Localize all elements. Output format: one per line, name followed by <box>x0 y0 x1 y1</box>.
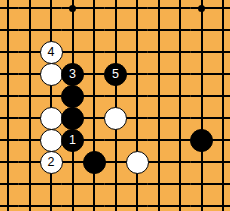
white-stone: 2 <box>40 151 63 174</box>
black-stone: 5 <box>104 63 127 86</box>
board-intersection <box>19 0 41 19</box>
board-intersection <box>62 151 84 173</box>
board-intersection <box>169 63 191 85</box>
board-intersection <box>62 107 84 129</box>
white-stone <box>126 151 149 174</box>
board-intersection <box>105 129 127 151</box>
board-intersection <box>19 173 41 195</box>
board-intersection <box>105 151 127 173</box>
move-number-label: 5 <box>112 68 119 81</box>
white-stone <box>104 107 127 130</box>
board-intersection <box>105 41 127 63</box>
board-intersection <box>126 41 148 63</box>
black-stone: 3 <box>61 63 84 86</box>
black-stone <box>190 129 213 152</box>
board-intersection <box>0 19 19 41</box>
board-intersection <box>212 107 230 129</box>
board-intersection <box>40 195 62 211</box>
board-intersection <box>191 151 213 173</box>
board-intersection <box>105 107 127 129</box>
board-intersection <box>169 151 191 173</box>
move-number-label: 3 <box>69 68 76 81</box>
board-intersection <box>83 151 105 173</box>
board-intersection <box>191 85 213 107</box>
board-intersection <box>148 0 170 19</box>
board-intersection <box>0 0 19 19</box>
board-intersection <box>0 195 19 211</box>
board-intersection <box>126 173 148 195</box>
board-intersection <box>212 173 230 195</box>
board-intersection <box>126 85 148 107</box>
board-intersection <box>83 63 105 85</box>
board-intersection <box>212 19 230 41</box>
white-stone <box>40 107 63 130</box>
board-intersection <box>191 63 213 85</box>
board-intersection <box>148 173 170 195</box>
board-intersection <box>62 195 84 211</box>
board-intersection <box>62 19 84 41</box>
board-intersection <box>169 85 191 107</box>
board-intersection <box>105 195 127 211</box>
board-intersection <box>212 195 230 211</box>
move-number-label: 2 <box>48 156 55 169</box>
board-intersection <box>191 107 213 129</box>
board-intersection <box>105 19 127 41</box>
board-intersection <box>0 129 19 151</box>
board-intersection <box>212 85 230 107</box>
board-intersection <box>191 129 213 151</box>
board-intersection <box>83 41 105 63</box>
board-intersection <box>19 129 41 151</box>
board-intersection <box>191 0 213 19</box>
board-intersection <box>148 107 170 129</box>
board-intersection <box>83 107 105 129</box>
board-intersection <box>40 63 62 85</box>
board-intersection <box>19 41 41 63</box>
board-intersection <box>148 151 170 173</box>
board-intersection <box>83 19 105 41</box>
board-intersection <box>191 41 213 63</box>
board-intersection <box>148 41 170 63</box>
white-stone <box>40 129 63 152</box>
board-intersection: 5 <box>105 63 127 85</box>
black-stone <box>61 107 84 130</box>
board-intersection <box>83 0 105 19</box>
board-intersection <box>212 151 230 173</box>
board-intersection: 1 <box>62 129 84 151</box>
board-intersection <box>105 0 127 19</box>
board-intersection <box>148 195 170 211</box>
go-board-diagram: 43512 <box>0 0 230 211</box>
board-intersection <box>212 0 230 19</box>
board-intersection <box>40 107 62 129</box>
board-intersection <box>126 195 148 211</box>
board-intersection <box>191 19 213 41</box>
board-intersection <box>19 85 41 107</box>
board-intersection <box>40 85 62 107</box>
board-intersection <box>169 195 191 211</box>
board-intersection <box>148 63 170 85</box>
board-intersection <box>19 195 41 211</box>
board-intersection <box>83 173 105 195</box>
board-intersection <box>212 63 230 85</box>
board-intersection: 2 <box>40 151 62 173</box>
board-intersection <box>40 129 62 151</box>
board-intersection <box>105 85 127 107</box>
black-stone <box>61 85 84 108</box>
move-number-label: 4 <box>48 46 55 59</box>
board-intersection <box>62 85 84 107</box>
board-intersection <box>169 41 191 63</box>
board-intersection <box>0 63 19 85</box>
board-intersection <box>126 0 148 19</box>
board-intersection <box>40 19 62 41</box>
board-intersection <box>126 107 148 129</box>
board-intersection: 4 <box>40 41 62 63</box>
board-intersection <box>0 151 19 173</box>
board-intersection <box>40 173 62 195</box>
board-intersection <box>169 0 191 19</box>
board-intersection <box>191 173 213 195</box>
board-intersection <box>148 85 170 107</box>
board-intersection <box>83 85 105 107</box>
board-intersection <box>126 151 148 173</box>
board-intersection <box>62 173 84 195</box>
black-stone <box>83 151 106 174</box>
board-intersection <box>126 129 148 151</box>
board-intersection <box>19 63 41 85</box>
board-intersection <box>126 63 148 85</box>
board-intersection <box>83 195 105 211</box>
board-intersection <box>169 19 191 41</box>
board-intersection <box>191 195 213 211</box>
board-intersection <box>0 85 19 107</box>
board-intersection <box>126 19 148 41</box>
board-intersection <box>212 129 230 151</box>
board-intersection <box>83 129 105 151</box>
board-intersection <box>0 41 19 63</box>
board-intersection <box>0 173 19 195</box>
board-intersection <box>19 19 41 41</box>
hoshi-dot <box>198 5 205 12</box>
board-intersection <box>40 0 62 19</box>
board-intersection <box>105 173 127 195</box>
hoshi-dot <box>69 5 76 12</box>
board-intersection <box>169 129 191 151</box>
board-intersection <box>0 107 19 129</box>
board-intersection <box>148 19 170 41</box>
board-intersection <box>19 151 41 173</box>
board-intersection <box>62 0 84 19</box>
board-intersection: 3 <box>62 63 84 85</box>
move-number-label: 1 <box>69 134 76 147</box>
black-stone: 1 <box>61 129 84 152</box>
board-intersection <box>62 41 84 63</box>
white-stone: 4 <box>40 41 63 64</box>
go-board-grid: 43512 <box>0 0 230 211</box>
board-intersection <box>169 173 191 195</box>
board-intersection <box>19 107 41 129</box>
board-intersection <box>148 129 170 151</box>
white-stone <box>40 63 63 86</box>
board-intersection <box>212 41 230 63</box>
board-intersection <box>169 107 191 129</box>
